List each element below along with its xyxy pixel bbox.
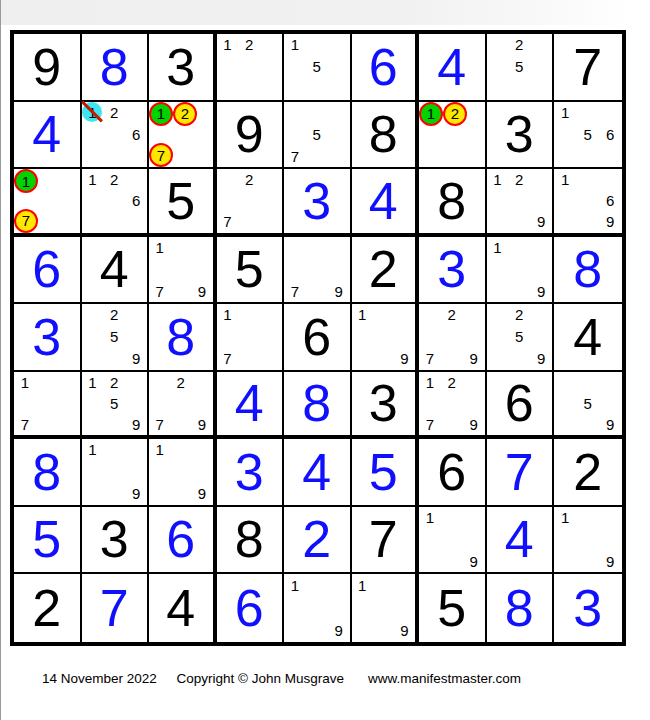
cell-r8c7[interactable]: 19 — [419, 507, 487, 575]
candidate-grid: 126 — [82, 102, 148, 168]
cell-r6c1[interactable]: 17 — [14, 372, 82, 440]
given-digit: 9 — [14, 34, 80, 100]
solved-digit: 6 — [217, 574, 283, 642]
solved-digit: 6 — [14, 237, 80, 303]
given-digit: 3 — [352, 372, 416, 436]
candidate-grid: 19 — [487, 237, 553, 303]
solved-digit: 2 — [284, 507, 350, 573]
candidate-6: 6 — [125, 190, 147, 211]
candidate-grid: 259 — [487, 304, 553, 370]
candidate-1: 1 — [554, 507, 577, 529]
cell-r7c1[interactable]: 8 — [14, 439, 82, 507]
cell-r4c1[interactable]: 6 — [14, 237, 82, 305]
candidate-2: 2 — [103, 169, 125, 190]
cell-r1c7[interactable]: 4 — [419, 34, 487, 102]
cell-r5c5[interactable]: 6 — [284, 304, 352, 372]
candidate-5: 5 — [103, 326, 125, 348]
candidate-1: 1 — [14, 372, 36, 393]
footer: 14 November 2022 Copyright © John Musgra… — [42, 671, 521, 686]
cell-r8c5[interactable]: 2 — [284, 507, 352, 575]
candidate-6: 6 — [125, 123, 147, 145]
cell-r9c6[interactable]: 19 — [352, 574, 420, 642]
cell-r3c8[interactable]: 129 — [487, 169, 555, 237]
candidate-1: 1 — [554, 169, 577, 190]
cell-r5c2[interactable]: 259 — [82, 304, 150, 372]
candidate-1: 1 — [284, 34, 306, 56]
cell-r2c7[interactable]: 12 — [419, 102, 487, 170]
solved-digit: 3 — [284, 169, 350, 233]
candidate-2-yellow-highlight: 2 — [443, 102, 467, 126]
cell-r7c4[interactable]: 3 — [217, 439, 285, 507]
cell-r5c1[interactable]: 3 — [14, 304, 82, 372]
candidate-9: 9 — [328, 280, 350, 302]
candidate-5: 5 — [508, 56, 530, 78]
cell-r8c6[interactable]: 7 — [352, 507, 420, 575]
solved-digit: 4 — [352, 169, 416, 233]
cell-r9c4[interactable]: 6 — [217, 574, 285, 642]
candidate-5: 5 — [103, 393, 125, 414]
cell-r6c6[interactable]: 3 — [352, 372, 420, 440]
solved-digit: 3 — [14, 304, 80, 370]
cell-r2c5[interactable]: 57 — [284, 102, 352, 170]
cell-r8c2[interactable]: 3 — [82, 507, 150, 575]
cell-r5c6[interactable]: 19 — [352, 304, 420, 372]
given-digit: 7 — [352, 507, 416, 573]
footer-date: 14 November 2022 — [42, 671, 157, 686]
given-digit: 3 — [149, 34, 213, 100]
candidate-9: 9 — [125, 483, 147, 505]
solved-digit: 3 — [554, 574, 622, 642]
cell-r6c5[interactable]: 8 — [284, 372, 352, 440]
cell-r7c8[interactable]: 7 — [487, 439, 555, 507]
candidate-7-yellow-highlight: 7 — [149, 143, 173, 167]
candidate-9: 9 — [599, 211, 622, 232]
candidate-grid: 129 — [487, 169, 553, 233]
given-digit: 8 — [419, 169, 485, 233]
cell-r7c6[interactable]: 5 — [352, 439, 420, 507]
candidate-1: 1 — [82, 439, 104, 461]
solved-digit: 4 — [217, 372, 283, 436]
cell-r7c2[interactable]: 19 — [82, 439, 150, 507]
candidate-9: 9 — [463, 414, 485, 435]
candidate-7: 7 — [14, 414, 36, 435]
candidate-grid: 59 — [554, 372, 622, 436]
given-digit: 8 — [217, 507, 283, 573]
given-digit: 4 — [554, 304, 622, 370]
candidate-1: 1 — [82, 372, 104, 393]
cell-r4c8[interactable]: 19 — [487, 237, 555, 305]
candidate-9: 9 — [463, 348, 485, 370]
candidate-grid: 1279 — [419, 372, 485, 436]
candidate-1-cyan-highlight: 1 — [82, 102, 102, 122]
candidate-5: 5 — [577, 123, 600, 145]
candidate-2-yellow-highlight: 2 — [173, 102, 197, 126]
candidate-7: 7 — [149, 280, 170, 302]
candidate-5: 5 — [577, 393, 600, 414]
cell-r4c4[interactable]: 5 — [217, 237, 285, 305]
cell-r2c9[interactable]: 156 — [554, 102, 622, 170]
candidate-9: 9 — [599, 550, 622, 572]
cell-r9c8[interactable]: 8 — [487, 574, 555, 642]
cell-r9c9[interactable]: 3 — [554, 574, 622, 642]
cell-r9c2[interactable]: 7 — [82, 574, 150, 642]
candidate-1-green-highlight: 1 — [419, 102, 443, 126]
candidate-1: 1 — [217, 304, 239, 326]
cell-r3c6[interactable]: 4 — [352, 169, 420, 237]
given-digit: 2 — [554, 439, 622, 505]
cell-r6c9[interactable]: 59 — [554, 372, 622, 440]
candidate-1: 1 — [419, 372, 441, 393]
candidate-7-yellow-highlight: 7 — [14, 209, 38, 233]
solved-digit: 7 — [82, 574, 148, 642]
candidate-grid: 79 — [284, 237, 350, 303]
solved-digit: 8 — [554, 237, 622, 303]
cell-r9c5[interactable]: 19 — [284, 574, 352, 642]
candidate-2: 2 — [103, 372, 125, 393]
cell-r5c9[interactable]: 4 — [554, 304, 622, 372]
solved-digit: 4 — [419, 34, 485, 100]
candidate-grid: 19 — [352, 304, 416, 370]
cell-r1c5[interactable]: 15 — [284, 34, 352, 102]
solved-digit: 4 — [284, 439, 350, 505]
candidate-1-green-highlight: 1 — [14, 169, 38, 193]
cell-r3c2[interactable]: 126 — [82, 169, 150, 237]
candidate-1: 1 — [554, 102, 577, 124]
candidate-grid: 17 — [14, 372, 80, 436]
given-digit: 4 — [149, 574, 213, 642]
cell-r8c9[interactable]: 19 — [554, 507, 622, 575]
cell-r3c3[interactable]: 5 — [149, 169, 217, 237]
candidate-9: 9 — [125, 414, 147, 435]
candidate-7: 7 — [284, 280, 306, 302]
candidate-7: 7 — [217, 348, 239, 370]
sudoku-app-window: 9831215642574126127957812315617126527348… — [0, 0, 650, 720]
candidate-2: 2 — [238, 169, 260, 190]
cell-r2c1[interactable]: 4 — [14, 102, 82, 170]
cell-r9c3[interactable]: 4 — [149, 574, 217, 642]
cell-r1c9[interactable]: 7 — [554, 34, 622, 102]
cell-r1c4[interactable]: 12 — [217, 34, 285, 102]
cell-r4c3[interactable]: 179 — [149, 237, 217, 305]
candidate-9: 9 — [599, 414, 622, 435]
candidate-9: 9 — [530, 211, 552, 232]
given-digit: 5 — [217, 237, 283, 303]
cell-r1c3[interactable]: 3 — [149, 34, 217, 102]
solved-digit: 5 — [14, 507, 80, 573]
given-digit: 6 — [487, 372, 553, 436]
candidate-9: 9 — [530, 280, 552, 302]
cell-r4c2[interactable]: 4 — [82, 237, 150, 305]
candidate-grid: 12 — [217, 34, 283, 100]
given-digit: 2 — [14, 574, 80, 642]
cell-r2c8[interactable]: 3 — [487, 102, 555, 170]
given-digit: 5 — [149, 169, 213, 233]
given-digit: 8 — [352, 102, 416, 168]
given-digit: 2 — [352, 237, 416, 303]
cell-r1c8[interactable]: 25 — [487, 34, 555, 102]
cell-r2c6[interactable]: 8 — [352, 102, 420, 170]
footer-copyright: Copyright © John Musgrave — [177, 671, 345, 686]
cell-r6c8[interactable]: 6 — [487, 372, 555, 440]
candidate-9: 9 — [463, 550, 485, 572]
candidate-grid: 1259 — [82, 372, 148, 436]
candidate-7: 7 — [419, 414, 441, 435]
cell-r8c8[interactable]: 4 — [487, 507, 555, 575]
cell-r2c2[interactable]: 126 — [82, 102, 150, 170]
candidate-6: 6 — [599, 123, 622, 145]
given-digit: 6 — [419, 439, 485, 505]
candidate-1: 1 — [284, 574, 306, 597]
cell-r3c5[interactable]: 3 — [284, 169, 352, 237]
candidate-2: 2 — [103, 304, 125, 326]
candidate-5: 5 — [306, 56, 328, 78]
candidate-1: 1 — [82, 169, 104, 190]
solved-digit: 3 — [419, 237, 485, 303]
cell-r3c1[interactable]: 17 — [14, 169, 82, 237]
candidate-2: 2 — [238, 34, 260, 56]
solved-digit: 6 — [149, 507, 213, 573]
solved-digit: 8 — [487, 574, 553, 642]
candidate-1: 1 — [487, 237, 509, 259]
candidate-1: 1 — [419, 507, 441, 529]
solved-digit: 8 — [284, 372, 350, 436]
cell-r7c9[interactable]: 2 — [554, 439, 622, 507]
cell-r4c6[interactable]: 2 — [352, 237, 420, 305]
cell-r4c5[interactable]: 79 — [284, 237, 352, 305]
candidate-grid: 57 — [284, 102, 350, 168]
solved-digit: 4 — [487, 507, 553, 573]
candidate-9: 9 — [394, 619, 415, 642]
candidate-grid: 156 — [554, 102, 622, 168]
candidate-2: 2 — [103, 102, 125, 124]
candidate-grid: 19 — [352, 574, 416, 642]
candidate-grid: 127 — [149, 102, 213, 168]
cell-r4c7[interactable]: 3 — [419, 237, 487, 305]
cell-r2c4[interactable]: 9 — [217, 102, 285, 170]
candidate-6: 6 — [599, 190, 622, 211]
candidate-grid: 279 — [149, 372, 213, 436]
given-digit: 3 — [487, 102, 553, 168]
cell-r3c7[interactable]: 8 — [419, 169, 487, 237]
footer-website: www.manifestmaster.com — [368, 671, 521, 686]
given-digit: 4 — [82, 237, 148, 303]
candidate-5: 5 — [306, 123, 328, 145]
candidate-1: 1 — [149, 439, 170, 461]
candidate-9: 9 — [191, 483, 212, 505]
cell-r6c4[interactable]: 4 — [217, 372, 285, 440]
given-digit: 3 — [82, 507, 148, 573]
cell-r8c1[interactable]: 5 — [14, 507, 82, 575]
cell-r1c1[interactable]: 9 — [14, 34, 82, 102]
solved-digit: 8 — [14, 439, 80, 505]
candidate-9: 9 — [191, 414, 212, 435]
candidate-2: 2 — [441, 372, 463, 393]
cell-r5c7[interactable]: 279 — [419, 304, 487, 372]
cell-r5c4[interactable]: 17 — [217, 304, 285, 372]
cell-r5c3[interactable]: 8 — [149, 304, 217, 372]
cell-r4c9[interactable]: 8 — [554, 237, 622, 305]
given-digit: 5 — [419, 574, 485, 642]
candidate-2: 2 — [170, 372, 191, 393]
cell-r1c2[interactable]: 8 — [82, 34, 150, 102]
candidate-9: 9 — [394, 348, 415, 370]
solved-digit: 6 — [352, 34, 416, 100]
candidate-1: 1 — [352, 304, 373, 326]
cell-r6c2[interactable]: 1259 — [82, 372, 150, 440]
candidate-7: 7 — [284, 145, 306, 167]
solved-digit: 5 — [352, 439, 416, 505]
given-digit: 7 — [554, 34, 622, 100]
window-left-border — [0, 0, 1, 720]
candidate-grid: 179 — [149, 237, 213, 303]
candidate-grid: 12 — [419, 102, 485, 168]
solved-digit: 8 — [82, 34, 148, 100]
candidate-grid: 17 — [14, 169, 80, 233]
solved-digit: 7 — [487, 439, 553, 505]
candidate-2: 2 — [508, 304, 530, 326]
candidate-1: 1 — [217, 34, 239, 56]
candidate-grid: 19 — [82, 439, 148, 505]
cell-r5c8[interactable]: 259 — [487, 304, 555, 372]
candidate-1-green-highlight: 1 — [149, 102, 173, 126]
cell-r7c7[interactable]: 6 — [419, 439, 487, 507]
sudoku-board: 9831215642574126127957812315617126527348… — [10, 30, 626, 646]
candidate-9: 9 — [125, 348, 147, 370]
cell-r6c3[interactable]: 279 — [149, 372, 217, 440]
candidate-1: 1 — [487, 169, 509, 190]
window-top-bar — [0, 0, 650, 25]
candidate-grid: 17 — [217, 304, 283, 370]
candidate-2: 2 — [508, 34, 530, 56]
candidate-grid: 25 — [487, 34, 553, 100]
solved-digit: 3 — [217, 439, 283, 505]
cell-r3c4[interactable]: 27 — [217, 169, 285, 237]
given-digit: 6 — [284, 304, 350, 370]
candidate-2: 2 — [441, 304, 463, 326]
candidate-grid: 259 — [82, 304, 148, 370]
solved-digit: 8 — [149, 304, 213, 370]
candidate-9: 9 — [191, 280, 212, 302]
candidate-9: 9 — [530, 348, 552, 370]
given-digit: 9 — [217, 102, 283, 168]
candidate-1: 1 — [149, 237, 170, 259]
cell-r8c3[interactable]: 6 — [149, 507, 217, 575]
candidate-grid: 19 — [554, 507, 622, 573]
cell-r3c9[interactable]: 169 — [554, 169, 622, 237]
candidate-7: 7 — [419, 348, 441, 370]
candidate-grid: 169 — [554, 169, 622, 233]
candidate-grid: 27 — [217, 169, 283, 233]
candidate-grid: 279 — [419, 304, 485, 370]
cell-r1c6[interactable]: 6 — [352, 34, 420, 102]
cell-r2c3[interactable]: 127 — [149, 102, 217, 170]
cell-r9c7[interactable]: 5 — [419, 574, 487, 642]
candidate-grid: 19 — [419, 507, 485, 573]
candidate-1: 1 — [352, 574, 373, 597]
candidate-7: 7 — [149, 414, 170, 435]
candidate-grid: 19 — [284, 574, 350, 642]
solved-digit: 4 — [14, 102, 80, 168]
candidate-grid: 15 — [284, 34, 350, 100]
cell-r8c4[interactable]: 8 — [217, 507, 285, 575]
cell-r7c5[interactable]: 4 — [284, 439, 352, 507]
cell-r9c1[interactable]: 2 — [14, 574, 82, 642]
candidate-grid: 126 — [82, 169, 148, 233]
cell-r6c7[interactable]: 1279 — [419, 372, 487, 440]
candidate-9: 9 — [328, 619, 350, 642]
candidate-7: 7 — [217, 211, 239, 232]
cell-r7c3[interactable]: 19 — [149, 439, 217, 507]
candidate-grid: 19 — [149, 439, 213, 505]
candidate-2: 2 — [508, 169, 530, 190]
candidate-5: 5 — [508, 326, 530, 348]
